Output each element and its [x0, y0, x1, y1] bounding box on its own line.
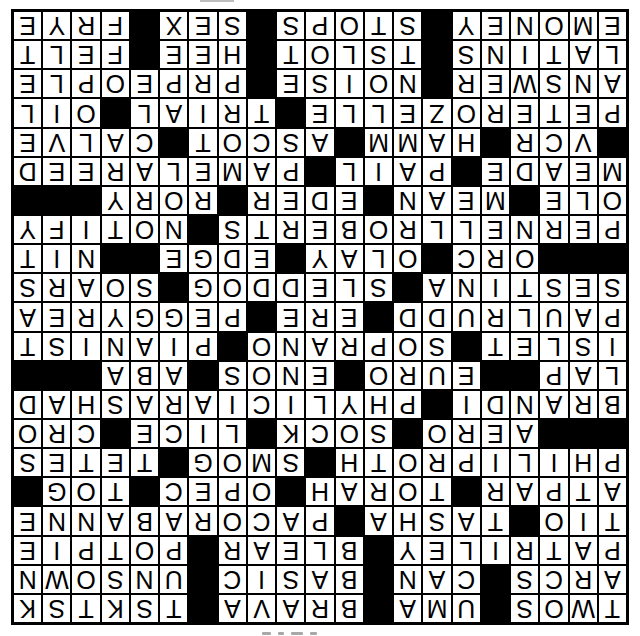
- cell-r16c15: E: [188, 157, 217, 186]
- cell-r13c11: Y: [305, 244, 334, 273]
- cell-r20c21: T: [13, 40, 42, 69]
- cell-r19c21: E: [13, 69, 42, 98]
- cell-r17c12: S: [276, 128, 305, 157]
- cell-r18c5: R: [481, 98, 510, 127]
- cell-r21c19: R: [71, 11, 100, 40]
- cell-letter: S: [282, 567, 299, 592]
- cell-r10c11: A: [305, 332, 334, 361]
- cell-letter: M: [573, 13, 594, 38]
- cell-letter: E: [107, 450, 124, 475]
- cell-r13c18-black: [101, 244, 130, 273]
- cell-r14c17: O: [130, 215, 159, 244]
- cell-letter: P: [399, 392, 416, 417]
- cell-r3c18: T: [101, 536, 130, 565]
- cell-letter: A: [604, 71, 621, 96]
- cell-r13c10: A: [335, 244, 364, 273]
- cell-r21c6: Y: [452, 11, 481, 40]
- cell-r7c8-black: [393, 419, 422, 448]
- cell-r17c7: A: [422, 128, 451, 157]
- cell-r5c13: O: [247, 477, 276, 506]
- cell-letter: A: [282, 596, 299, 621]
- cell-letter: L: [138, 101, 152, 126]
- cell-letter: N: [516, 13, 534, 38]
- cell-r12c12: D: [276, 273, 305, 302]
- cell-letter: D: [311, 188, 329, 213]
- cell-letter: E: [487, 217, 504, 242]
- cell-letter: O: [515, 246, 534, 271]
- cell-r17c8: M: [393, 128, 422, 157]
- cell-letter: O: [76, 479, 95, 504]
- cell-r16c9: I: [364, 157, 393, 186]
- cell-r19c7-black: [422, 69, 451, 98]
- cell-r17c5-black: [481, 128, 510, 157]
- cell-letter: A: [399, 596, 416, 621]
- cell-r16c7: P: [422, 157, 451, 186]
- cell-r2c3: C: [539, 565, 568, 594]
- cell-r8c1: B: [598, 390, 627, 419]
- cell-r2c5-black: [481, 565, 510, 594]
- cell-r8c4: N: [510, 390, 539, 419]
- cell-r8c8: P: [393, 390, 422, 419]
- cell-letter: I: [83, 217, 90, 242]
- cell-r3c19: P: [71, 536, 100, 565]
- cell-r11c1: P: [598, 302, 627, 331]
- cell-r2c10: B: [335, 565, 364, 594]
- cell-letter: L: [225, 421, 239, 446]
- cell-r2c21: N: [13, 565, 42, 594]
- cell-r11c5: R: [481, 302, 510, 331]
- cell-letter: C: [545, 130, 563, 155]
- cell-r13c6: C: [452, 244, 481, 273]
- cell-letter: A: [19, 305, 36, 330]
- cell-r6c7: R: [422, 448, 451, 477]
- cell-r11c4: L: [510, 302, 539, 331]
- cell-letter: C: [165, 421, 183, 446]
- cell-letter: S: [312, 71, 329, 96]
- cell-r21c1: E: [598, 11, 627, 40]
- cell-r12c8-black: [393, 273, 422, 302]
- cell-letter: I: [521, 42, 528, 67]
- cell-letter: V: [575, 130, 592, 155]
- cell-r1c9-black: [364, 594, 393, 623]
- cell-letter: L: [372, 246, 386, 271]
- cell-letter: T: [78, 596, 93, 621]
- cell-letter: L: [167, 159, 181, 184]
- cell-r10c9: P: [364, 332, 393, 361]
- cell-r6c17: T: [130, 448, 159, 477]
- cell-letter: T: [78, 450, 93, 475]
- cell-r1c5-black: [481, 594, 510, 623]
- cell-r9c3: P: [539, 361, 568, 390]
- cell-r12c9: S: [364, 273, 393, 302]
- cell-r13c1-black: [598, 244, 627, 273]
- cell-r5c10: A: [335, 477, 364, 506]
- cell-letter: R: [223, 538, 241, 563]
- cell-letter: B: [341, 538, 358, 563]
- cell-r3c12: E: [276, 536, 305, 565]
- cell-r12c2: E: [569, 273, 598, 302]
- cell-r17c15: T: [188, 128, 217, 157]
- cell-letter: S: [107, 392, 124, 417]
- cell-letter: T: [108, 479, 123, 504]
- cell-letter: D: [223, 246, 241, 271]
- cell-r2c6: C: [452, 565, 481, 594]
- cell-r3c5: I: [481, 536, 510, 565]
- cell-r8c13: C: [247, 390, 276, 419]
- cell-r4c17: B: [130, 506, 159, 535]
- cell-letter: Y: [19, 217, 36, 242]
- cell-letter: O: [603, 188, 622, 213]
- cell-letter: O: [369, 71, 388, 96]
- cell-letter: A: [165, 509, 182, 534]
- cell-letter: O: [106, 71, 125, 96]
- cell-letter: E: [516, 334, 533, 359]
- cell-r18c12-black: [276, 98, 305, 127]
- cell-r11c2: A: [569, 302, 598, 331]
- cell-r21c4: N: [510, 11, 539, 40]
- cell-letter: O: [427, 421, 446, 446]
- cell-r15c20-black: [42, 186, 71, 215]
- cell-letter: A: [312, 567, 329, 592]
- cell-r4c19: N: [71, 506, 100, 535]
- cell-letter: E: [487, 13, 504, 38]
- cell-letter: K: [19, 596, 36, 621]
- cell-letter: E: [19, 71, 36, 96]
- cell-letter: E: [458, 188, 475, 213]
- cell-letter: T: [20, 334, 35, 359]
- cell-r15c17: R: [130, 186, 159, 215]
- cell-letter: N: [574, 71, 592, 96]
- cell-letter: S: [136, 596, 153, 621]
- cell-r10c18: N: [101, 332, 130, 361]
- cell-letter: T: [605, 509, 620, 534]
- cell-r8c18: S: [101, 390, 130, 419]
- cell-letter: O: [398, 334, 417, 359]
- cell-r11c21: A: [13, 302, 42, 331]
- cell-r15c18: Y: [101, 186, 130, 215]
- cell-letter: A: [575, 363, 592, 388]
- cell-letter: T: [546, 42, 561, 67]
- cell-r7c13-black: [247, 419, 276, 448]
- cell-letter: I: [200, 421, 207, 446]
- cell-r16c20: E: [42, 157, 71, 186]
- cell-r10c15: P: [188, 332, 217, 361]
- cell-letter: L: [547, 334, 561, 359]
- cell-letter: K: [107, 596, 124, 621]
- cell-letter: A: [312, 130, 329, 155]
- cell-letter: T: [605, 596, 620, 621]
- cell-letter: N: [77, 509, 95, 534]
- cell-letter: P: [604, 101, 621, 126]
- cell-letter: A: [165, 101, 182, 126]
- cell-letter: O: [369, 363, 388, 388]
- cell-r14c6: L: [452, 215, 481, 244]
- cell-r5c6-black: [452, 477, 481, 506]
- cell-r13c2-black: [569, 244, 598, 273]
- cell-letter: M: [602, 159, 623, 184]
- cell-letter: H: [369, 392, 387, 417]
- cell-r14c20: F: [42, 215, 71, 244]
- cell-letter: L: [605, 363, 619, 388]
- cell-r20c12: T: [276, 40, 305, 69]
- cell-letter: A: [604, 479, 621, 504]
- cell-r14c5: E: [481, 215, 510, 244]
- cell-r20c17-black: [130, 40, 159, 69]
- cell-r8c11: L: [305, 390, 334, 419]
- cell-letter: B: [136, 509, 153, 534]
- cell-r2c8: N: [393, 565, 422, 594]
- cell-r13c20: I: [42, 244, 71, 273]
- cell-r5c18: T: [101, 477, 130, 506]
- cell-letter: I: [346, 71, 353, 96]
- cell-r10c2: S: [569, 332, 598, 361]
- cell-letter: B: [604, 392, 621, 417]
- cell-letter: R: [516, 130, 534, 155]
- cell-letter: T: [546, 101, 561, 126]
- cell-letter: Y: [341, 392, 358, 417]
- cell-letter: P: [604, 538, 621, 563]
- cell-letter: M: [397, 130, 418, 155]
- cell-letter: R: [574, 567, 592, 592]
- cell-letter: S: [429, 509, 446, 534]
- cell-r18c4: E: [510, 98, 539, 127]
- cell-r17c21: E: [13, 128, 42, 157]
- cell-r5c17-black: [130, 477, 159, 506]
- cell-letter: E: [399, 101, 416, 126]
- cell-letter: D: [19, 392, 37, 417]
- cell-r10c8: O: [393, 332, 422, 361]
- cell-letter: E: [19, 509, 36, 534]
- cell-r16c19: E: [71, 157, 100, 186]
- cell-r14c1: P: [598, 215, 627, 244]
- cell-r18c15: I: [188, 98, 217, 127]
- cell-letter: L: [576, 188, 590, 213]
- cell-letter: F: [108, 13, 123, 38]
- cell-r9c5-black: [481, 361, 510, 390]
- cell-r2c11: A: [305, 565, 334, 594]
- cell-r13c16: E: [159, 244, 188, 273]
- cell-r11c8: D: [393, 302, 422, 331]
- cell-letter: R: [77, 305, 95, 330]
- cell-r18c1: P: [598, 98, 627, 127]
- cell-letter: N: [282, 334, 300, 359]
- cell-letter: A: [165, 363, 182, 388]
- cell-letter: P: [604, 450, 621, 475]
- cell-r19c2: N: [569, 69, 598, 98]
- cell-r2c13: I: [247, 565, 276, 594]
- cell-letter: F: [108, 42, 123, 67]
- cell-r9c13: O: [247, 361, 276, 390]
- cell-r17c6: H: [452, 128, 481, 157]
- cell-letter: A: [546, 159, 563, 184]
- cell-letter: N: [48, 509, 66, 534]
- cell-r7c5: E: [481, 419, 510, 448]
- cell-letter: B: [341, 567, 358, 592]
- cell-r6c2: H: [569, 448, 598, 477]
- cell-letter: U: [457, 596, 475, 621]
- cell-r6c16-black: [159, 448, 188, 477]
- cell-r9c21-black: [13, 361, 42, 390]
- cell-r9c11: E: [305, 361, 334, 390]
- cell-r5c21-black: [13, 477, 42, 506]
- cell-r6c21: S: [13, 448, 42, 477]
- cell-r20c11: O: [305, 40, 334, 69]
- cell-r20c10: L: [335, 40, 364, 69]
- cell-letter: S: [107, 567, 124, 592]
- cell-letter: T: [195, 130, 210, 155]
- cell-r4c2: I: [569, 506, 598, 535]
- cell-letter: L: [459, 217, 473, 242]
- cell-letter: S: [224, 363, 241, 388]
- cell-letter: S: [49, 334, 66, 359]
- cell-letter: N: [399, 71, 417, 96]
- cell-r15c11: D: [305, 186, 334, 215]
- cell-letter: Y: [399, 538, 416, 563]
- cell-r20c3: T: [539, 40, 568, 69]
- cell-letter: I: [463, 392, 470, 417]
- cell-r15c19-black: [71, 186, 100, 215]
- page: TWOSUMABRAVATSKTSKARCSCANBASICUNSOWNPATR…: [0, 0, 640, 636]
- cell-letter: O: [223, 130, 242, 155]
- cell-letter: E: [282, 71, 299, 96]
- cell-r19c13-black: [247, 69, 276, 98]
- cell-letter: A: [370, 509, 387, 534]
- cell-r9c19-black: [71, 361, 100, 390]
- cell-letter: T: [20, 42, 35, 67]
- cell-r12c3: S: [539, 273, 568, 302]
- cell-r7c14: L: [218, 419, 247, 448]
- cell-r2c1: A: [598, 565, 627, 594]
- cell-letter: I: [229, 392, 236, 417]
- cell-r18c14: R: [218, 98, 247, 127]
- cell-letter: E: [195, 159, 212, 184]
- cell-r12c5: I: [481, 273, 510, 302]
- cell-r8c19: H: [71, 390, 100, 419]
- cell-letter: R: [311, 596, 329, 621]
- cell-letter: U: [165, 567, 183, 592]
- cell-letter: O: [76, 567, 95, 592]
- cell-r8c16: R: [159, 390, 188, 419]
- cell-r20c16: E: [159, 40, 188, 69]
- cell-r9c18: A: [101, 361, 130, 390]
- cell-letter: E: [195, 42, 212, 67]
- cell-r18c19: O: [71, 98, 100, 127]
- cell-r13c3-black: [539, 244, 568, 273]
- cell-letter: E: [282, 188, 299, 213]
- cell-letter: P: [224, 479, 241, 504]
- cell-letter: T: [371, 450, 386, 475]
- cell-letter: O: [398, 246, 417, 271]
- cell-r12c7: A: [422, 273, 451, 302]
- cell-r1c4: S: [510, 594, 539, 623]
- cell-letter: N: [165, 217, 183, 242]
- cell-r16c13: A: [247, 157, 276, 186]
- cell-r9c16: A: [159, 361, 188, 390]
- cell-letter: S: [136, 275, 153, 300]
- cell-r21c5: E: [481, 11, 510, 40]
- cell-letter: P: [282, 159, 299, 184]
- cell-letter: O: [544, 13, 563, 38]
- cell-r19c16: P: [159, 69, 188, 98]
- cell-r16c11-black: [305, 157, 334, 186]
- cell-letter: H: [77, 392, 95, 417]
- cell-r9c10-black: [335, 361, 364, 390]
- cell-letter: M: [485, 188, 506, 213]
- cell-r7c17: E: [130, 419, 159, 448]
- cell-letter: O: [106, 275, 125, 300]
- cell-r6c8: O: [393, 448, 422, 477]
- cell-r14c11: E: [305, 215, 334, 244]
- cell-r4c11: P: [305, 506, 334, 535]
- cell-r6c19: T: [71, 448, 100, 477]
- cell-letter: R: [194, 188, 212, 213]
- cell-r2c15-black: [188, 565, 217, 594]
- cell-letter: D: [399, 305, 417, 330]
- cell-letter: O: [544, 596, 563, 621]
- cell-letter: E: [429, 538, 446, 563]
- cell-letter: C: [253, 130, 271, 155]
- cell-letter: S: [224, 217, 241, 242]
- cell-r10c5: T: [481, 332, 510, 361]
- cell-r4c13: C: [247, 506, 276, 535]
- cell-letter: O: [398, 479, 417, 504]
- cell-letter: O: [398, 450, 417, 475]
- cell-r14c3: R: [539, 215, 568, 244]
- cell-r12c20: R: [42, 273, 71, 302]
- cell-r20c13-black: [247, 40, 276, 69]
- cell-r12c10: L: [335, 273, 364, 302]
- cell-letter: A: [341, 479, 358, 504]
- cell-letter: T: [546, 538, 561, 563]
- cell-letter: T: [517, 275, 532, 300]
- cell-r1c20: S: [42, 594, 71, 623]
- cell-r15c8: N: [393, 186, 422, 215]
- cell-r10c20: S: [42, 332, 71, 361]
- cell-r6c18: E: [101, 448, 130, 477]
- cell-letter: P: [312, 13, 329, 38]
- cell-r12c18: O: [101, 273, 130, 302]
- cell-r7c4: A: [510, 419, 539, 448]
- cell-letter: E: [546, 188, 563, 213]
- cell-letter: A: [107, 363, 124, 388]
- cell-r9c20-black: [42, 361, 71, 390]
- cell-r16c10: L: [335, 157, 364, 186]
- cell-letter: I: [53, 246, 60, 271]
- cell-r18c13: T: [247, 98, 276, 127]
- cell-letter: S: [575, 334, 592, 359]
- cell-letter: R: [399, 363, 417, 388]
- cell-letter: R: [340, 334, 358, 359]
- cell-letter: E: [282, 305, 299, 330]
- cell-letter: E: [575, 159, 592, 184]
- cell-letter: B: [136, 363, 153, 388]
- cell-letter: D: [19, 159, 37, 184]
- cell-r1c11: R: [305, 594, 334, 623]
- cell-letter: A: [253, 159, 270, 184]
- cell-letter: E: [487, 159, 504, 184]
- cell-letter: P: [546, 363, 563, 388]
- cell-letter: S: [546, 71, 563, 96]
- cell-letter: T: [400, 42, 415, 67]
- cell-letter: R: [486, 101, 504, 126]
- cell-letter: A: [604, 567, 621, 592]
- cell-letter: E: [78, 159, 95, 184]
- cell-letter: N: [486, 42, 504, 67]
- cell-letter: A: [107, 509, 124, 534]
- cell-r18c17: L: [130, 98, 159, 127]
- cell-r12c1: S: [598, 273, 627, 302]
- cell-r17c14: O: [218, 128, 247, 157]
